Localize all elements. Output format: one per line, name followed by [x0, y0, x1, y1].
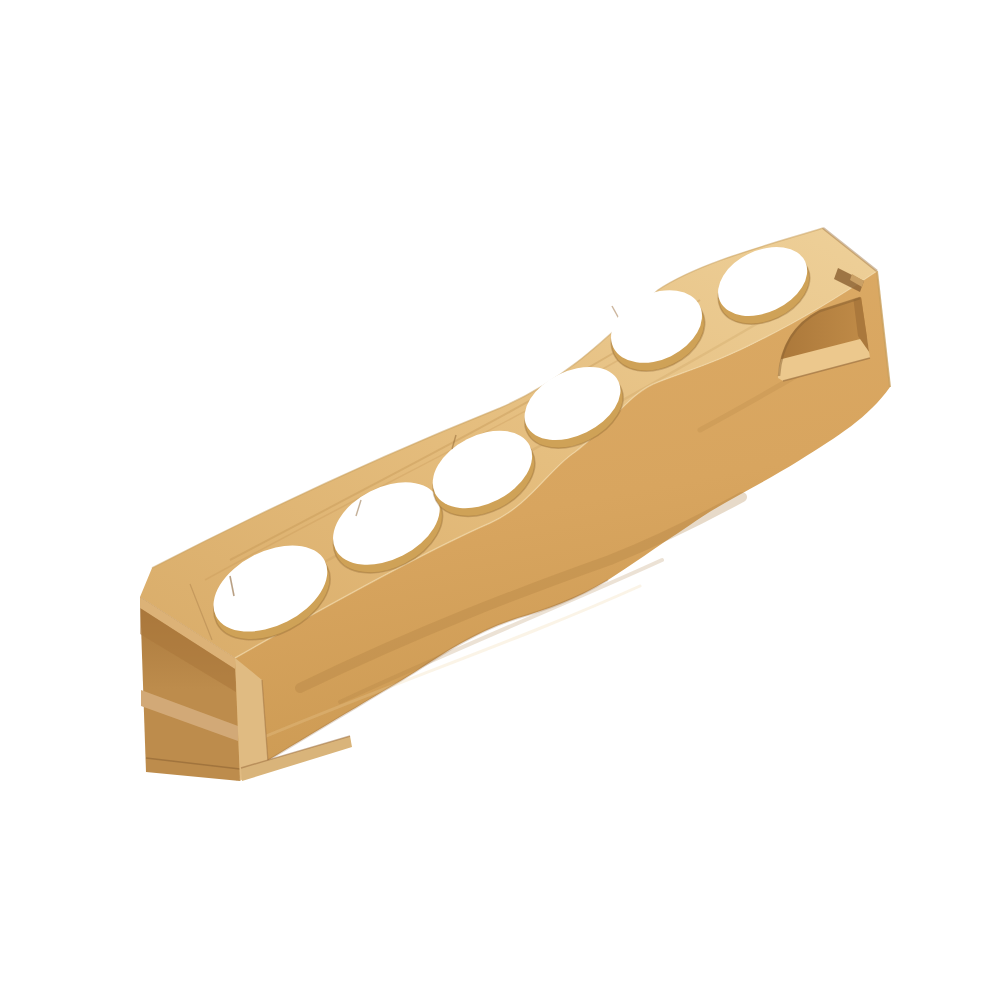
product-photo-stage [0, 0, 1000, 1000]
bamboo-rack-illustration [0, 0, 1000, 1000]
